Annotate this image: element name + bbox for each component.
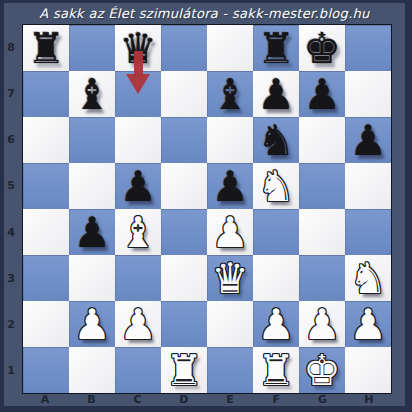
move-arrow-head — [126, 74, 150, 94]
rank-label-2: 2 — [0, 302, 22, 348]
black-bishop[interactable]: ♝ — [207, 71, 253, 117]
square-d3[interactable] — [161, 255, 207, 301]
file-label-a: A — [22, 392, 68, 407]
square-b8[interactable] — [69, 25, 115, 71]
square-h4[interactable] — [345, 209, 391, 255]
rank-label-7: 7 — [0, 70, 22, 116]
square-g8[interactable]: ♚ — [299, 25, 345, 71]
square-a4[interactable] — [23, 209, 69, 255]
white-pawn[interactable]: ♟ — [115, 301, 161, 347]
square-b1[interactable] — [69, 347, 115, 393]
square-g3[interactable] — [299, 255, 345, 301]
black-pawn[interactable]: ♟ — [253, 71, 299, 117]
square-g1[interactable]: ♚ — [299, 347, 345, 393]
square-c1[interactable] — [115, 347, 161, 393]
square-d4[interactable] — [161, 209, 207, 255]
square-f5[interactable]: ♞ — [253, 163, 299, 209]
titlebar: A sakk az Élet szimulátora - sakk-mester… — [4, 3, 405, 23]
square-c5[interactable]: ♟ — [115, 163, 161, 209]
white-pawn[interactable]: ♟ — [207, 209, 253, 255]
square-e4[interactable]: ♟ — [207, 209, 253, 255]
black-pawn[interactable]: ♟ — [207, 163, 253, 209]
square-c2[interactable]: ♟ — [115, 301, 161, 347]
square-e7[interactable]: ♝ — [207, 71, 253, 117]
square-g5[interactable] — [299, 163, 345, 209]
rank-label-8: 8 — [0, 24, 22, 70]
chess-app-window: A sakk az Élet szimulátora - sakk-mester… — [0, 0, 412, 412]
square-e1[interactable] — [207, 347, 253, 393]
square-h1[interactable] — [345, 347, 391, 393]
rank-label-4: 4 — [0, 209, 22, 255]
file-label-e: E — [207, 392, 253, 407]
square-e6[interactable] — [207, 117, 253, 163]
white-pawn[interactable]: ♟ — [299, 301, 345, 347]
black-knight[interactable]: ♞ — [253, 117, 299, 163]
white-queen[interactable]: ♛ — [207, 255, 253, 301]
square-f1[interactable]: ♜ — [253, 347, 299, 393]
square-g4[interactable] — [299, 209, 345, 255]
square-b2[interactable]: ♟ — [69, 301, 115, 347]
black-pawn[interactable]: ♟ — [345, 117, 391, 163]
square-b6[interactable] — [69, 117, 115, 163]
rank-label-5: 5 — [0, 163, 22, 209]
file-label-c: C — [115, 392, 161, 407]
square-h2[interactable]: ♟ — [345, 301, 391, 347]
square-b4[interactable]: ♟ — [69, 209, 115, 255]
black-pawn[interactable]: ♟ — [115, 163, 161, 209]
square-e5[interactable]: ♟ — [207, 163, 253, 209]
square-d6[interactable] — [161, 117, 207, 163]
white-knight[interactable]: ♞ — [253, 163, 299, 209]
square-a1[interactable] — [23, 347, 69, 393]
white-rook[interactable]: ♜ — [161, 347, 207, 393]
square-a5[interactable] — [23, 163, 69, 209]
square-d2[interactable] — [161, 301, 207, 347]
square-h6[interactable]: ♟ — [345, 117, 391, 163]
black-pawn[interactable]: ♟ — [299, 71, 345, 117]
white-pawn[interactable]: ♟ — [69, 301, 115, 347]
rank-label-1: 1 — [0, 348, 22, 394]
page-title: A sakk az Élet szimulátora - sakk-mester… — [39, 6, 369, 21]
file-label-h: H — [346, 392, 392, 407]
black-bishop[interactable]: ♝ — [69, 71, 115, 117]
square-b7[interactable]: ♝ — [69, 71, 115, 117]
square-f8[interactable]: ♜ — [253, 25, 299, 71]
square-c6[interactable] — [115, 117, 161, 163]
white-knight[interactable]: ♞ — [345, 255, 391, 301]
white-pawn[interactable]: ♟ — [345, 301, 391, 347]
square-d5[interactable] — [161, 163, 207, 209]
square-h8[interactable] — [345, 25, 391, 71]
square-a6[interactable] — [23, 117, 69, 163]
rank-label-3: 3 — [0, 255, 22, 301]
rank-label-6: 6 — [0, 117, 22, 163]
square-g2[interactable]: ♟ — [299, 301, 345, 347]
black-rook[interactable]: ♜ — [253, 25, 299, 71]
rank-labels: 87654321 — [0, 24, 22, 394]
square-d8[interactable] — [161, 25, 207, 71]
square-g6[interactable] — [299, 117, 345, 163]
square-g7[interactable]: ♟ — [299, 71, 345, 117]
square-d1[interactable]: ♜ — [161, 347, 207, 393]
black-rook[interactable]: ♜ — [23, 25, 69, 71]
chess-board: ♜♛♜♚♝♝♟♟♞♟♟♟♞♟♝♟♛♞♟♟♟♟♟♜♜♚ — [22, 24, 392, 394]
square-e2[interactable] — [207, 301, 253, 347]
square-f3[interactable] — [253, 255, 299, 301]
square-c3[interactable] — [115, 255, 161, 301]
square-a7[interactable] — [23, 71, 69, 117]
square-f7[interactable]: ♟ — [253, 71, 299, 117]
file-label-b: B — [68, 392, 114, 407]
square-a3[interactable] — [23, 255, 69, 301]
white-pawn[interactable]: ♟ — [253, 301, 299, 347]
square-h7[interactable] — [345, 71, 391, 117]
white-rook[interactable]: ♜ — [253, 347, 299, 393]
black-pawn[interactable]: ♟ — [69, 209, 115, 255]
square-a2[interactable] — [23, 301, 69, 347]
square-d7[interactable] — [161, 71, 207, 117]
square-a8[interactable]: ♜ — [23, 25, 69, 71]
square-b5[interactable] — [69, 163, 115, 209]
square-h5[interactable] — [345, 163, 391, 209]
white-king[interactable]: ♚ — [299, 347, 345, 393]
square-c4[interactable]: ♝ — [115, 209, 161, 255]
square-b3[interactable] — [69, 255, 115, 301]
square-h3[interactable]: ♞ — [345, 255, 391, 301]
black-king[interactable]: ♚ — [299, 25, 345, 71]
square-f2[interactable]: ♟ — [253, 301, 299, 347]
white-bishop[interactable]: ♝ — [115, 209, 161, 255]
square-e8[interactable] — [207, 25, 253, 71]
square-e3[interactable]: ♛ — [207, 255, 253, 301]
square-f4[interactable] — [253, 209, 299, 255]
square-f6[interactable]: ♞ — [253, 117, 299, 163]
